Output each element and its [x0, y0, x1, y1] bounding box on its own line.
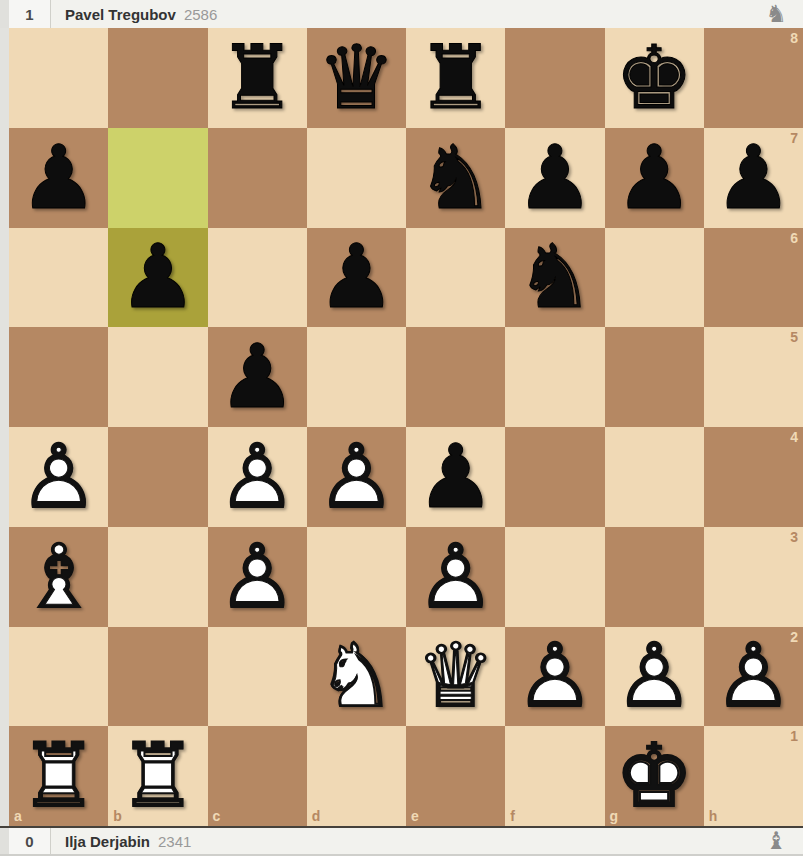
piece-black-king[interactable]: ♚	[605, 28, 704, 128]
piece-white-pawn[interactable]: ♟♙	[208, 427, 307, 527]
square-f3[interactable]	[505, 527, 604, 627]
square-d4[interactable]: ♟♙	[307, 427, 406, 527]
piece-white-pawn[interactable]: ♟♙	[9, 427, 108, 527]
square-g2[interactable]: ♟♙	[605, 627, 704, 727]
square-g7[interactable]: ♟	[605, 128, 704, 228]
square-f4[interactable]	[505, 427, 604, 527]
square-a1[interactable]: a♜♖	[9, 726, 108, 826]
square-e7[interactable]: ♞	[406, 128, 505, 228]
bishop-icon: ♝	[765, 829, 787, 853]
square-e5[interactable]	[406, 327, 505, 427]
square-g8[interactable]: ♚	[605, 28, 704, 128]
square-e1[interactable]: e	[406, 726, 505, 826]
piece-black-knight[interactable]: ♞	[406, 128, 505, 228]
square-b8[interactable]	[108, 28, 207, 128]
square-b6[interactable]: ♟	[108, 228, 207, 328]
piece-white-rook[interactable]: ♜♖	[108, 726, 207, 826]
piece-black-pawn[interactable]: ♟	[208, 327, 307, 427]
square-b7[interactable]	[108, 128, 207, 228]
piece-black-rook[interactable]: ♜	[208, 28, 307, 128]
square-g3[interactable]	[605, 527, 704, 627]
piece-white-pawn[interactable]: ♟♙	[406, 527, 505, 627]
square-e3[interactable]: ♟♙	[406, 527, 505, 627]
piece-white-pawn[interactable]: ♟♙	[505, 627, 604, 727]
square-a2[interactable]	[9, 627, 108, 727]
square-h7[interactable]: 7♟	[704, 128, 803, 228]
square-h8[interactable]: 8	[704, 28, 803, 128]
rank-label-5: 5	[790, 330, 798, 344]
rank-label-6: 6	[790, 231, 798, 245]
square-c8[interactable]: ♜	[208, 28, 307, 128]
square-f6[interactable]: ♞	[505, 228, 604, 328]
file-label-e: e	[411, 809, 419, 823]
file-label-c: c	[213, 809, 221, 823]
player-score-bottom: 0	[9, 828, 51, 854]
square-d5[interactable]	[307, 327, 406, 427]
square-h5[interactable]: 5	[704, 327, 803, 427]
chess-board: ♜♛♜♚8♟♞♟♟7♟♟♟♞6♟5♟♙♟♙♟♙♟4♝♗♟♙♟♙3♞♘♛♕♟♙♟♙…	[9, 28, 803, 826]
square-e6[interactable]	[406, 228, 505, 328]
square-g1[interactable]: g♚♔	[605, 726, 704, 826]
square-c1[interactable]: c	[208, 726, 307, 826]
piece-black-pawn[interactable]: ♟	[108, 228, 207, 328]
square-g5[interactable]	[605, 327, 704, 427]
square-b2[interactable]	[108, 627, 207, 727]
square-h6[interactable]: 6	[704, 228, 803, 328]
square-h2[interactable]: 2♟♙	[704, 627, 803, 727]
player-score-top: 1	[9, 0, 51, 28]
piece-white-pawn[interactable]: ♟♙	[208, 527, 307, 627]
square-f8[interactable]	[505, 28, 604, 128]
square-h3[interactable]: 3	[704, 527, 803, 627]
square-h4[interactable]: 4	[704, 427, 803, 527]
piece-black-pawn[interactable]: ♟	[307, 228, 406, 328]
piece-white-king[interactable]: ♚♔	[605, 726, 704, 826]
piece-black-pawn[interactable]: ♟	[505, 128, 604, 228]
piece-white-pawn[interactable]: ♟♙	[307, 427, 406, 527]
player-name-bottom: Ilja Derjabin	[65, 833, 150, 850]
square-c6[interactable]	[208, 228, 307, 328]
square-a5[interactable]	[9, 327, 108, 427]
player-name-top: Pavel Tregubov	[65, 6, 176, 23]
file-label-h: h	[709, 809, 718, 823]
square-d6[interactable]: ♟	[307, 228, 406, 328]
square-b5[interactable]	[108, 327, 207, 427]
piece-white-rook[interactable]: ♜♖	[9, 726, 108, 826]
square-d7[interactable]	[307, 128, 406, 228]
square-f5[interactable]	[505, 327, 604, 427]
piece-white-bishop[interactable]: ♝♗	[9, 527, 108, 627]
piece-white-pawn[interactable]: ♟♙	[605, 627, 704, 727]
square-c4[interactable]: ♟♙	[208, 427, 307, 527]
square-b4[interactable]	[108, 427, 207, 527]
player-bar-top: 1 Pavel Tregubov 2586 ♞	[0, 0, 803, 28]
piece-black-rook[interactable]: ♜	[406, 28, 505, 128]
square-f1[interactable]: f	[505, 726, 604, 826]
square-a3[interactable]: ♝♗	[9, 527, 108, 627]
square-d8[interactable]: ♛	[307, 28, 406, 128]
square-e2[interactable]: ♛♕	[406, 627, 505, 727]
square-a8[interactable]	[9, 28, 108, 128]
rank-label-3: 3	[790, 530, 798, 544]
piece-white-pawn[interactable]: ♟♙	[704, 627, 803, 727]
square-h1[interactable]: h1	[704, 726, 803, 826]
piece-black-knight[interactable]: ♞	[505, 228, 604, 328]
rank-label-1: 1	[790, 729, 798, 743]
piece-white-queen[interactable]: ♛♕	[406, 627, 505, 727]
square-c5[interactable]: ♟	[208, 327, 307, 427]
square-b1[interactable]: b♜♖	[108, 726, 207, 826]
square-d3[interactable]	[307, 527, 406, 627]
knight-icon: ♞	[765, 2, 787, 26]
piece-black-pawn[interactable]: ♟	[9, 128, 108, 228]
square-c2[interactable]	[208, 627, 307, 727]
player-rating-bottom: 2341	[158, 833, 191, 850]
piece-black-pawn[interactable]: ♟	[605, 128, 704, 228]
square-b3[interactable]	[108, 527, 207, 627]
square-g6[interactable]	[605, 228, 704, 328]
piece-black-pawn[interactable]: ♟	[704, 128, 803, 228]
piece-black-pawn[interactable]: ♟	[406, 427, 505, 527]
square-e4[interactable]: ♟	[406, 427, 505, 527]
player-bar-bottom: 0 Ilja Derjabin 2341 ♝	[0, 826, 803, 856]
file-label-f: f	[510, 809, 515, 823]
square-a4[interactable]: ♟♙	[9, 427, 108, 527]
rank-label-4: 4	[790, 430, 798, 444]
square-d1[interactable]: d	[307, 726, 406, 826]
square-d2[interactable]: ♞♘	[307, 627, 406, 727]
square-f7[interactable]: ♟	[505, 128, 604, 228]
rank-label-8: 8	[790, 31, 798, 45]
piece-white-knight[interactable]: ♞♘	[307, 627, 406, 727]
piece-black-queen[interactable]: ♛	[307, 28, 406, 128]
square-c7[interactable]	[208, 128, 307, 228]
square-a7[interactable]: ♟	[9, 128, 108, 228]
square-f2[interactable]: ♟♙	[505, 627, 604, 727]
player-rating-top: 2586	[184, 6, 217, 23]
square-e8[interactable]: ♜	[406, 28, 505, 128]
file-label-d: d	[312, 809, 321, 823]
square-a6[interactable]	[9, 228, 108, 328]
square-c3[interactable]: ♟♙	[208, 527, 307, 627]
square-g4[interactable]	[605, 427, 704, 527]
